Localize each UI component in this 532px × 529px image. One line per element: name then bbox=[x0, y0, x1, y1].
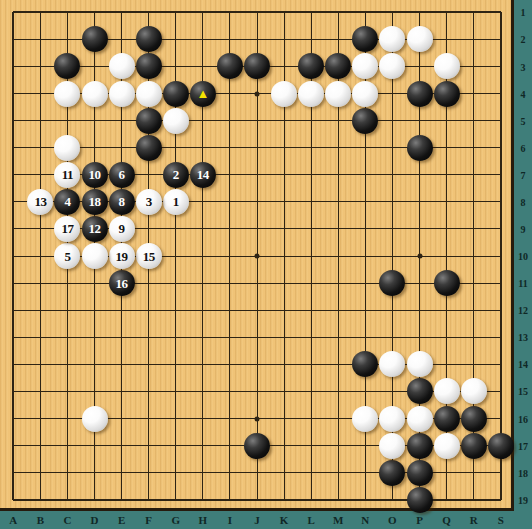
stone-J17-black bbox=[244, 433, 270, 459]
row-label-7: 7 bbox=[515, 169, 531, 180]
stone-C10-white: 5 bbox=[54, 243, 80, 269]
stone-R15-white bbox=[461, 378, 487, 404]
stone-N5-black bbox=[352, 108, 378, 134]
stone-J3-black bbox=[244, 53, 270, 79]
row-label-8: 8 bbox=[515, 196, 531, 207]
move-number-9: 9 bbox=[119, 222, 125, 235]
stone-L3-black bbox=[298, 53, 324, 79]
move-number-10: 10 bbox=[89, 168, 101, 181]
stone-P18-black bbox=[407, 460, 433, 486]
row-label-1: 1 bbox=[515, 7, 531, 18]
stone-P2-white bbox=[407, 26, 433, 52]
column-label-M: M bbox=[333, 512, 343, 528]
stone-D9-black: 12 bbox=[82, 216, 108, 242]
stone-K4-white bbox=[271, 81, 297, 107]
stone-F3-black bbox=[136, 53, 162, 79]
column-label-S: S bbox=[498, 512, 504, 528]
column-label-K: K bbox=[280, 512, 289, 528]
stone-C3-black bbox=[54, 53, 80, 79]
row-label-14: 14 bbox=[515, 359, 531, 370]
stone-G8-white: 1 bbox=[163, 189, 189, 215]
row-label-9: 9 bbox=[515, 223, 531, 234]
move-number-18: 18 bbox=[89, 195, 101, 208]
row-label-4: 4 bbox=[515, 88, 531, 99]
column-label-E: E bbox=[118, 512, 125, 528]
column-label-F: F bbox=[145, 512, 152, 528]
row-label-13: 13 bbox=[515, 332, 531, 343]
stone-D4-white bbox=[82, 81, 108, 107]
stone-C9-white: 17 bbox=[54, 216, 80, 242]
stone-D2-black bbox=[82, 26, 108, 52]
row-label-12: 12 bbox=[515, 305, 531, 316]
row-label-17: 17 bbox=[515, 440, 531, 451]
stone-Q17-white bbox=[434, 433, 460, 459]
stone-Q3-white bbox=[434, 53, 460, 79]
stone-P6-black bbox=[407, 135, 433, 161]
stone-P15-black bbox=[407, 378, 433, 404]
stone-D10-white bbox=[82, 243, 108, 269]
stone-O16-white bbox=[379, 406, 405, 432]
go-board[interactable]: ▲2681012141618413591113151719 bbox=[0, 0, 514, 511]
stone-E8-black: 8 bbox=[109, 189, 135, 215]
stone-D8-black: 18 bbox=[82, 189, 108, 215]
stone-P14-white bbox=[407, 351, 433, 377]
column-label-Q: Q bbox=[442, 512, 451, 528]
move-number-1: 1 bbox=[173, 195, 179, 208]
grid-line-horizontal bbox=[13, 310, 500, 311]
stone-Q15-white bbox=[434, 378, 460, 404]
stone-E3-white bbox=[109, 53, 135, 79]
stone-O3-white bbox=[379, 53, 405, 79]
row-label-3: 3 bbox=[515, 61, 531, 72]
column-label-D: D bbox=[91, 512, 99, 528]
stone-E4-white bbox=[109, 81, 135, 107]
column-label-I: I bbox=[228, 512, 232, 528]
stone-R16-black bbox=[461, 406, 487, 432]
column-label-A: A bbox=[9, 512, 17, 528]
move-number-2: 2 bbox=[173, 168, 179, 181]
stone-P16-white bbox=[407, 406, 433, 432]
stone-E10-white: 19 bbox=[109, 243, 135, 269]
stone-O17-white bbox=[379, 433, 405, 459]
column-label-J: J bbox=[254, 512, 260, 528]
column-label-B: B bbox=[37, 512, 44, 528]
stone-F10-white: 15 bbox=[136, 243, 162, 269]
column-label-N: N bbox=[361, 512, 369, 528]
row-label-18: 18 bbox=[515, 467, 531, 478]
move-number-11: 11 bbox=[62, 168, 73, 181]
stone-G5-white bbox=[163, 108, 189, 134]
move-number-4: 4 bbox=[64, 195, 70, 208]
stone-C4-white bbox=[54, 81, 80, 107]
go-game-window: ▲2681012141618413591113151719 ABCDEFGHIJ… bbox=[0, 0, 532, 529]
star-point-J4 bbox=[255, 91, 260, 96]
move-number-17: 17 bbox=[61, 222, 73, 235]
stone-M4-white bbox=[325, 81, 351, 107]
row-label-16: 16 bbox=[515, 413, 531, 424]
stone-E7-black: 6 bbox=[109, 162, 135, 188]
move-number-8: 8 bbox=[119, 195, 125, 208]
row-label-5: 5 bbox=[515, 115, 531, 126]
move-number-14: 14 bbox=[197, 168, 209, 181]
stone-G7-black: 2 bbox=[163, 162, 189, 188]
move-number-16: 16 bbox=[116, 277, 128, 290]
column-label-P: P bbox=[416, 512, 423, 528]
stone-B8-white: 13 bbox=[27, 189, 53, 215]
stone-Q16-black bbox=[434, 406, 460, 432]
stone-F4-white bbox=[136, 81, 162, 107]
column-label-O: O bbox=[388, 512, 397, 528]
star-point-J10 bbox=[255, 254, 260, 259]
stone-P19-black bbox=[407, 487, 433, 513]
move-number-5: 5 bbox=[64, 250, 70, 263]
stone-N14-black bbox=[352, 351, 378, 377]
stone-O14-white bbox=[379, 351, 405, 377]
row-label-2: 2 bbox=[515, 34, 531, 45]
stone-L4-white bbox=[298, 81, 324, 107]
move-number-12: 12 bbox=[89, 222, 101, 235]
stone-P4-black bbox=[407, 81, 433, 107]
grid-line-vertical bbox=[500, 12, 502, 499]
move-number-6: 6 bbox=[119, 168, 125, 181]
triangle-marker-icon: ▲ bbox=[196, 87, 209, 100]
stone-O2-white bbox=[379, 26, 405, 52]
row-label-10: 10 bbox=[515, 251, 531, 262]
stone-H4-black: ▲ bbox=[190, 81, 216, 107]
move-number-3: 3 bbox=[146, 195, 152, 208]
stone-N3-white bbox=[352, 53, 378, 79]
stone-N4-white bbox=[352, 81, 378, 107]
stone-G4-black bbox=[163, 81, 189, 107]
move-number-15: 15 bbox=[143, 250, 155, 263]
stone-C7-white: 11 bbox=[54, 162, 80, 188]
stone-P17-black bbox=[407, 433, 433, 459]
stone-F8-white: 3 bbox=[136, 189, 162, 215]
stone-D16-white bbox=[82, 406, 108, 432]
stone-C8-black: 4 bbox=[54, 189, 80, 215]
stone-E9-white: 9 bbox=[109, 216, 135, 242]
star-point-J16 bbox=[255, 416, 260, 421]
stone-H7-black: 14 bbox=[190, 162, 216, 188]
column-label-H: H bbox=[199, 512, 208, 528]
grid-line-horizontal bbox=[13, 337, 500, 338]
stone-O11-black bbox=[379, 270, 405, 296]
row-label-15: 15 bbox=[515, 386, 531, 397]
stone-F5-black bbox=[136, 108, 162, 134]
stone-Q4-black bbox=[434, 81, 460, 107]
stone-N2-black bbox=[352, 26, 378, 52]
move-number-19: 19 bbox=[116, 250, 128, 263]
row-label-19: 19 bbox=[515, 494, 531, 505]
stone-R17-black bbox=[461, 433, 487, 459]
column-label-R: R bbox=[470, 512, 478, 528]
row-label-6: 6 bbox=[515, 142, 531, 153]
grid-line-horizontal bbox=[13, 283, 500, 284]
stone-M3-black bbox=[325, 53, 351, 79]
stone-F2-black bbox=[136, 26, 162, 52]
stone-S17-black bbox=[488, 433, 514, 459]
stone-Q11-black bbox=[434, 270, 460, 296]
stone-E11-black: 16 bbox=[109, 270, 135, 296]
stone-D7-black: 10 bbox=[82, 162, 108, 188]
stone-F6-black bbox=[136, 135, 162, 161]
stone-I3-black bbox=[217, 53, 243, 79]
column-label-L: L bbox=[308, 512, 315, 528]
stone-O18-black bbox=[379, 460, 405, 486]
column-label-C: C bbox=[64, 512, 72, 528]
star-point-P10 bbox=[417, 254, 422, 259]
row-label-11: 11 bbox=[515, 278, 531, 289]
stone-N16-white bbox=[352, 406, 378, 432]
stone-C6-white bbox=[54, 135, 80, 161]
move-number-13: 13 bbox=[34, 195, 46, 208]
column-label-G: G bbox=[172, 512, 181, 528]
